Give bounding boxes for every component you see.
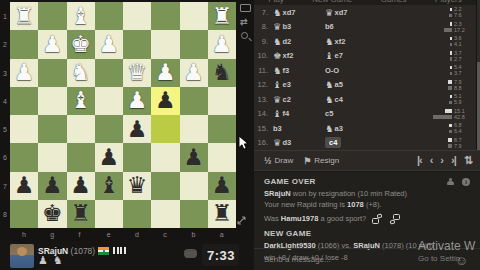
square-e6[interactable]: ♟ <box>95 143 123 171</box>
square-c7[interactable] <box>151 172 179 200</box>
square-b8[interactable] <box>180 200 208 228</box>
white-p-c3: ♟ <box>155 61 176 84</box>
piece-icon-k: ♚ <box>273 50 282 61</box>
square-g8[interactable]: ♚ <box>38 200 66 228</box>
file-label-e: e <box>107 231 111 238</box>
move-number: 9. <box>254 37 268 46</box>
white-move[interactable]: ♝e3 <box>273 79 325 90</box>
black-p-c4: ♟ <box>155 89 176 112</box>
move-number: 10. <box>254 51 268 60</box>
file-label-g: g <box>50 231 54 238</box>
black-r-f8: ♜ <box>70 202 91 225</box>
black-move[interactable]: O-O <box>325 66 397 75</box>
square-b4[interactable] <box>180 87 208 115</box>
square-f7[interactable]: ♟ <box>67 172 95 200</box>
square-h3[interactable]: ♟ <box>10 59 38 87</box>
time-value: 6.4 <box>454 128 470 134</box>
time-value: 17.2 <box>454 27 470 33</box>
square-b5[interactable] <box>180 115 208 143</box>
white-b-f4: ♝ <box>70 89 91 112</box>
avatar[interactable] <box>10 244 34 268</box>
sportsmanship-row: Was Hamu1978 a good sport? <box>264 214 470 224</box>
square-e4[interactable] <box>95 87 123 115</box>
white-r-a1: ♜ <box>212 5 233 28</box>
move-text: a5 <box>335 80 343 89</box>
square-h8[interactable] <box>10 200 38 228</box>
square-e1[interactable] <box>95 2 123 30</box>
black-move[interactable]: ♝e7 <box>325 50 397 61</box>
black-p-e6: ♟ <box>99 146 120 169</box>
india-flag-icon <box>98 247 109 255</box>
rank-label-6: 6 <box>3 154 7 161</box>
white-move[interactable]: ♞f3 <box>273 65 325 76</box>
square-f5[interactable] <box>67 115 95 143</box>
half-point-icon: ½ <box>264 156 272 166</box>
file-label-d: d <box>135 231 139 238</box>
white-move[interactable]: b3 <box>273 124 325 133</box>
move-number: 16. <box>254 138 268 147</box>
move-row-12[interactable]: 12.♝e3♞a57.98.8 <box>254 78 476 93</box>
resign-flag-icon: ⚑ <box>303 156 311 166</box>
captured-pieces: ♟ ♞ <box>38 254 64 267</box>
square-g1[interactable] <box>38 2 66 30</box>
white-move[interactable]: ♛d3 <box>273 137 325 148</box>
piece-icon-b: ♝ <box>273 79 282 90</box>
move-text: xf2 <box>283 51 294 60</box>
white-n-f3: ♞ <box>70 61 91 84</box>
time-bar <box>450 8 452 12</box>
tab-games[interactable]: Games <box>381 0 407 4</box>
square-e2[interactable]: ♟ <box>95 30 123 58</box>
move-list: 7.♞xd7♛xd72.27.68.♛b3b62.317.29.♞d2♞xf23… <box>254 5 476 150</box>
square-h5[interactable] <box>10 115 38 143</box>
black-p-g7: ♟ <box>42 174 63 197</box>
piece-icon-b: ♝ <box>273 108 282 119</box>
info-icon[interactable]: i <box>462 178 470 186</box>
piece-icon-q: ♛ <box>273 137 282 148</box>
square-h7[interactable]: ♟ <box>10 172 38 200</box>
result-text: SRajuN won by resignation (10 min Rated) <box>264 189 470 198</box>
square-d7[interactable]: ♛ <box>123 172 151 200</box>
white-move[interactable]: ♛b3 <box>273 21 325 32</box>
square-a8[interactable]: ♜ <box>208 200 236 228</box>
move-times: 2.317.2 <box>444 21 470 32</box>
black-p-h7: ♟ <box>14 174 35 197</box>
square-f8[interactable]: ♜ <box>67 200 95 228</box>
square-f3[interactable]: ♞ <box>67 59 95 87</box>
black-p-f7: ♟ <box>70 174 91 197</box>
white-move[interactable]: ♝f4 <box>273 108 325 119</box>
square-a7[interactable]: ♟ <box>208 172 236 200</box>
square-a4[interactable] <box>208 87 236 115</box>
square-b2[interactable] <box>180 30 208 58</box>
square-a6[interactable] <box>208 143 236 171</box>
move-text: xd7 <box>283 8 296 17</box>
square-e8[interactable] <box>95 200 123 228</box>
square-b3[interactable]: ♟ <box>180 59 208 87</box>
move-times: 7.98.8 <box>448 79 470 90</box>
time-value: 5.9 <box>454 99 470 105</box>
square-g4[interactable] <box>38 87 66 115</box>
square-h1[interactable]: ♜ <box>10 2 38 30</box>
square-a1[interactable]: ♜ <box>208 2 236 30</box>
square-g6[interactable] <box>38 143 66 171</box>
white-move[interactable]: ♞xd7 <box>273 7 325 18</box>
time-bar <box>450 57 452 61</box>
move-text: b3 <box>273 124 282 133</box>
share-person-icon[interactable] <box>446 178 454 186</box>
square-d3[interactable]: ♛ <box>123 59 151 87</box>
rank-label-3: 3 <box>3 70 7 77</box>
game-toolbar: ½ Draw ⚑ Resign |‹ ‹ › ›| ⇅ <box>254 150 480 171</box>
white-move[interactable]: ♚xf2 <box>273 50 325 61</box>
time-bar <box>450 37 452 41</box>
move-text: c2 <box>283 95 291 104</box>
square-c3[interactable]: ♟ <box>151 59 179 87</box>
move-text: O-O <box>325 66 339 75</box>
theater-mode-icon[interactable] <box>240 4 251 12</box>
square-a3[interactable]: ♞ <box>208 59 236 87</box>
move-row-13[interactable]: 13.♛c2♞c45.15.9 <box>254 92 476 107</box>
move-row-14[interactable]: 14.♝f4c515.142.8 <box>254 107 476 122</box>
move-times: 15.142.8 <box>433 108 470 119</box>
file-label-a: a <box>220 231 224 238</box>
white-q-d3: ♛ <box>127 61 148 84</box>
chat-row: Send a message... ☺ <box>254 248 480 270</box>
piece-icon-n: ♞ <box>325 36 334 47</box>
tab-players[interactable]: Players <box>435 0 462 4</box>
square-e5[interactable] <box>95 115 123 143</box>
mouse-cursor <box>238 135 250 151</box>
search-icon[interactable] <box>241 32 248 39</box>
piece-icon-n: ♞ <box>273 7 282 18</box>
square-f2[interactable]: ♚ <box>67 30 95 58</box>
move-times: 5.43.7 <box>450 65 470 76</box>
black-move[interactable]: c5 <box>325 109 397 118</box>
resize-handle-icon[interactable] <box>237 216 246 225</box>
time-value: 4.1 <box>454 41 470 47</box>
nav-back-button[interactable]: ‹ <box>430 154 433 167</box>
nav-forward-button[interactable]: › <box>440 154 443 167</box>
move-number: 13. <box>254 95 268 104</box>
black-r-a8: ♜ <box>212 202 233 225</box>
move-times: 5.15.9 <box>449 94 470 105</box>
move-row-10[interactable]: 10.♚xf2♝e73.72.7 <box>254 49 476 64</box>
square-d6[interactable] <box>123 143 151 171</box>
time-value: 3.7 <box>454 70 470 76</box>
square-d2[interactable] <box>123 30 151 58</box>
file-label-f: f <box>79 231 81 238</box>
square-f4[interactable]: ♝ <box>67 87 95 115</box>
time-value: 42.8 <box>454 114 470 120</box>
square-g3[interactable] <box>38 59 66 87</box>
white-p-a2: ♟ <box>212 33 233 56</box>
time-value: 2.7 <box>454 56 470 62</box>
time-bar <box>433 115 452 119</box>
move-text: e3 <box>283 80 291 89</box>
square-b1[interactable] <box>180 2 208 30</box>
move-row-9[interactable]: 9.♞d2♞xf23.64.1 <box>254 34 476 49</box>
resign-button[interactable]: ⚑ Resign <box>303 156 339 166</box>
move-text: b3 <box>283 22 292 31</box>
black-move[interactable]: ♛xd7 <box>325 7 397 18</box>
square-h4[interactable] <box>10 87 38 115</box>
time-bar <box>445 109 452 113</box>
chat-bubble-icon[interactable] <box>184 249 197 258</box>
black-p-a7: ♟ <box>212 174 233 197</box>
white-r-h1: ♜ <box>14 5 35 28</box>
thumbs-down-icon[interactable] <box>389 214 400 224</box>
square-b7[interactable] <box>180 172 208 200</box>
square-d4[interactable]: ♟ <box>123 87 151 115</box>
white-move[interactable]: ♛c2 <box>273 94 325 105</box>
time-bar <box>448 144 452 148</box>
move-text: xf2 <box>335 37 346 46</box>
piece-icon-n: ♞ <box>273 36 282 47</box>
square-c4[interactable]: ♟ <box>151 87 179 115</box>
chat-input[interactable]: Send a message... <box>264 255 480 264</box>
piece-icon-q: ♛ <box>273 94 282 105</box>
square-e3[interactable] <box>95 59 123 87</box>
tab-new-game[interactable]: New Game <box>312 0 352 4</box>
move-text: a3 <box>335 124 343 133</box>
time-bar <box>449 130 452 134</box>
time-value: 7.6 <box>454 12 470 18</box>
square-c6[interactable] <box>151 143 179 171</box>
move-number: 14. <box>254 109 268 118</box>
move-times: 3.72.7 <box>450 50 470 61</box>
file-label-h: h <box>22 231 26 238</box>
black-b-e7: ♝ <box>99 174 120 197</box>
file-label-c: c <box>163 231 167 238</box>
piece-icon-q: ♛ <box>325 7 334 18</box>
nav-first-button[interactable]: |‹ <box>417 154 422 167</box>
move-text: c5 <box>325 109 333 118</box>
bottom-player-bar: SRajuN (1078) ♟ ♞ 7:33 <box>0 241 254 270</box>
time-bar <box>449 14 452 18</box>
move-text: d2 <box>283 37 292 46</box>
black-move[interactable]: ♞a5 <box>325 79 397 90</box>
piece-icon-n: ♞ <box>325 94 334 105</box>
white-p-b3: ♟ <box>183 61 204 84</box>
move-row-8[interactable]: 8.♛b3b62.317.2 <box>254 20 476 35</box>
move-times: 3.64.1 <box>450 36 470 47</box>
move-nav: |‹ ‹ › ›| ⇅ <box>417 154 472 167</box>
move-times: 6.86.4 <box>449 123 470 134</box>
time-value: 7.9 <box>454 143 470 149</box>
time-bar <box>450 43 452 47</box>
black-move[interactable]: c4 <box>325 137 397 148</box>
time-bar <box>450 22 452 26</box>
black-p-d5: ♟ <box>127 118 148 141</box>
square-a2[interactable]: ♟ <box>208 30 236 58</box>
white-p-g2: ♟ <box>42 33 63 56</box>
new-game-title: NEW GAME <box>264 229 470 239</box>
piece-icon-n: ♞ <box>325 123 334 134</box>
rank-label-7: 7 <box>3 183 7 190</box>
rank-label-1: 1 <box>3 13 7 20</box>
nav-last-button[interactable]: ›| <box>451 154 456 167</box>
black-p-b6: ♟ <box>183 146 204 169</box>
square-a5[interactable] <box>208 115 236 143</box>
player-clock: 7:33 <box>202 244 239 266</box>
move-row-7[interactable]: 7.♞xd7♛xd72.27.6 <box>254 5 476 20</box>
move-number: 15. <box>254 124 268 133</box>
time-bar <box>450 51 452 55</box>
time-bar <box>450 72 452 76</box>
white-k-f2: ♚ <box>70 33 91 56</box>
piece-icon-q: ♛ <box>273 21 282 32</box>
move-row-11[interactable]: 11.♞f3O-O5.43.7 <box>254 63 476 78</box>
rank-label-8: 8 <box>3 211 7 218</box>
square-g2[interactable]: ♟ <box>38 30 66 58</box>
move-times: 2.27.6 <box>449 7 470 18</box>
rank-label-2: 2 <box>3 41 7 48</box>
white-move[interactable]: ♞d2 <box>273 36 325 47</box>
move-text: f4 <box>283 109 290 118</box>
white-p-e2: ♟ <box>99 33 120 56</box>
time-bar <box>450 95 452 99</box>
time-value: 8.8 <box>454 85 470 91</box>
player-rating: (1078) <box>71 246 96 256</box>
streak-bars <box>113 247 126 254</box>
square-c1[interactable] <box>151 2 179 30</box>
chess-board[interactable]: ♜♝♜♟♚♟♟♟♞♛♟♟♞♝♟♟♟♟♟♟♟♟♝♛♟♚♜♜ <box>10 2 236 228</box>
square-d1[interactable] <box>123 2 151 30</box>
move-text: xd7 <box>335 8 348 17</box>
chess-app-window: ♜♝♜♟♚♟♟♟♞♛♟♟♞♝♟♟♟♟♟♟♟♟♝♛♟♚♜♜ SRajuN (107… <box>0 0 480 270</box>
move-text: f3 <box>283 66 290 75</box>
move-text: b6 <box>325 22 334 31</box>
move-text: d3 <box>283 138 292 147</box>
thumbs-up-icon[interactable] <box>372 214 383 224</box>
move-number: 12. <box>254 80 268 89</box>
black-move[interactable]: ♞c4 <box>325 94 397 105</box>
square-d8[interactable] <box>123 200 151 228</box>
square-f6[interactable] <box>67 143 95 171</box>
square-d5[interactable]: ♟ <box>123 115 151 143</box>
game-over-title: GAME OVER <box>264 177 316 186</box>
move-text: c4 <box>325 137 341 148</box>
move-text: e7 <box>335 51 343 60</box>
black-move[interactable]: b6 <box>325 22 397 31</box>
square-h6[interactable] <box>10 143 38 171</box>
nav-flip-board-button[interactable]: ⇅ <box>464 154 472 167</box>
piece-icon-n: ♞ <box>273 65 282 76</box>
time-bar <box>444 28 452 32</box>
piece-icon-b: ♝ <box>325 50 334 61</box>
white-p-h3: ♟ <box>14 61 35 84</box>
black-n-a3: ♞ <box>212 61 233 84</box>
move-row-15[interactable]: 15.b3♞a36.86.4 <box>254 121 476 136</box>
rating-text: Your new Rapid rating is 1078 (+8). <box>264 200 470 209</box>
square-h2[interactable] <box>10 30 38 58</box>
move-number: 8. <box>254 22 268 31</box>
time-bar <box>448 138 452 142</box>
black-move[interactable]: ♞xf2 <box>325 36 397 47</box>
time-bar <box>449 124 452 128</box>
time-bar <box>448 80 452 84</box>
move-number: 11. <box>254 66 268 75</box>
square-g5[interactable] <box>38 115 66 143</box>
draw-button[interactable]: ½ Draw <box>264 156 293 166</box>
black-move[interactable]: ♞a3 <box>325 123 397 134</box>
rank-label-5: 5 <box>3 126 7 133</box>
move-row-16[interactable]: 16.♛d3c48.77.9 <box>254 136 476 151</box>
emoji-icon[interactable]: ☺ <box>455 253 468 268</box>
time-bar <box>449 101 452 105</box>
move-times: 8.77.9 <box>448 137 470 148</box>
time-bar <box>448 86 452 90</box>
square-c5[interactable] <box>151 115 179 143</box>
square-c8[interactable] <box>151 200 179 228</box>
square-f1[interactable]: ♝ <box>67 2 95 30</box>
move-text: c4 <box>335 95 343 104</box>
square-g7[interactable]: ♟ <box>38 172 66 200</box>
rank-label-4: 4 <box>3 98 7 105</box>
square-b6[interactable]: ♟ <box>180 143 208 171</box>
flip-board-icon[interactable]: ⇄ <box>240 17 248 27</box>
file-label-b: b <box>192 231 196 238</box>
tab-play[interactable]: Play <box>268 0 284 4</box>
white-p-d4: ♟ <box>127 89 148 112</box>
black-k-g8: ♚ <box>42 202 63 225</box>
square-e7[interactable]: ♝ <box>95 172 123 200</box>
piece-icon-n: ♞ <box>325 79 334 90</box>
move-number: 7. <box>254 8 268 17</box>
time-bar <box>450 66 452 70</box>
square-c2[interactable] <box>151 30 179 58</box>
black-q-d7: ♛ <box>127 174 148 197</box>
white-b-f1: ♝ <box>70 5 91 28</box>
